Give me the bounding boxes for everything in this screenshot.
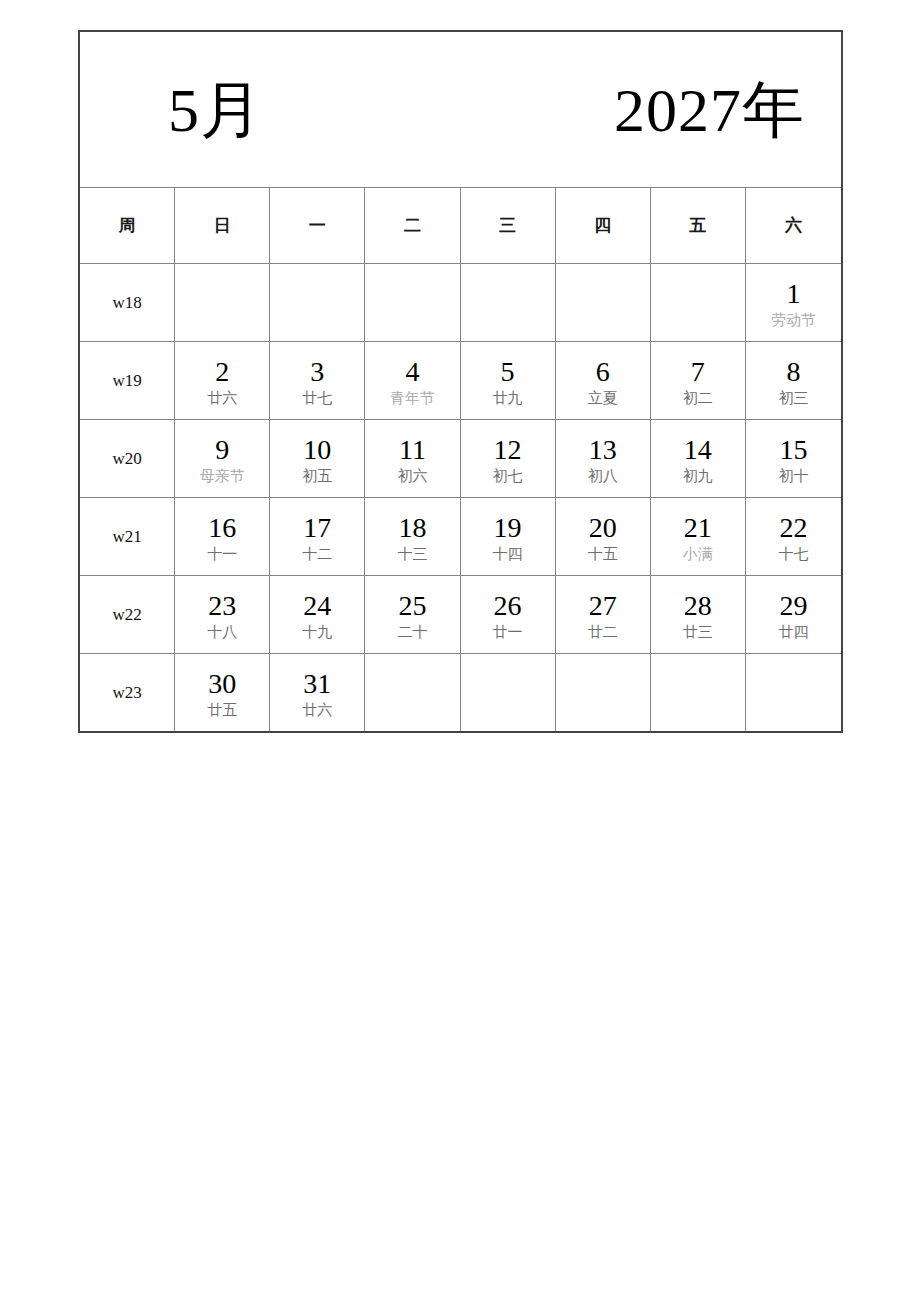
day-number: 2 [215,357,229,387]
day-number: 24 [303,591,331,621]
day-number: 31 [303,669,331,699]
week-row-w19: w192廿六3廿七4青年节5廿九6立夏7初二8初三 [80,341,841,419]
day-cell-19: 19十四 [461,498,556,575]
month-title: 5月 [168,79,263,141]
week-row-w20: w209母亲节10初五11初六12初七13初八14初九15初十 [80,419,841,497]
empty-day-cell [461,654,556,731]
day-cell-24: 24十九 [270,576,365,653]
solar-term-label: 小满 [683,544,713,563]
week-row-w21: w2116十一17十二18十三19十四20十五21小满22十七 [80,497,841,575]
day-cell-31: 31廿六 [270,654,365,731]
day-cell-3: 3廿七 [270,342,365,419]
lunar-date-label: 廿五 [207,700,237,719]
lunar-date-label: 廿二 [588,622,618,641]
day-cell-18: 18十三 [365,498,460,575]
weekday-header-week: 周 [80,188,175,263]
lunar-date-label: 十一 [207,544,237,563]
day-number: 22 [779,513,807,543]
day-cell-4: 4青年节 [365,342,460,419]
day-number: 7 [691,357,705,387]
lunar-date-label: 初五 [302,466,332,485]
week-number-label: w18 [80,264,175,341]
day-number: 6 [596,357,610,387]
festival-label: 母亲节 [200,466,245,485]
day-cell-30: 30廿五 [175,654,270,731]
day-number: 28 [684,591,712,621]
day-number: 25 [398,591,426,621]
day-cell-28: 28廿三 [651,576,746,653]
lunar-date-label: 初十 [778,466,808,485]
weekday-header-3: 三 [461,188,556,263]
week-number-label: w21 [80,498,175,575]
calendar-title-row: 5月 2027年 [80,32,841,187]
day-number: 30 [208,669,236,699]
day-number: 10 [303,435,331,465]
lunar-date-label: 廿七 [302,388,332,407]
day-number: 13 [589,435,617,465]
day-number: 5 [501,357,515,387]
day-number: 27 [589,591,617,621]
day-cell-5: 5廿九 [461,342,556,419]
day-cell-14: 14初九 [651,420,746,497]
lunar-date-label: 初三 [778,388,808,407]
day-number: 21 [684,513,712,543]
day-cell-20: 20十五 [556,498,651,575]
weekday-header-1: 一 [270,188,365,263]
day-cell-29: 29廿四 [746,576,841,653]
empty-day-cell [651,654,746,731]
lunar-date-label: 十三 [397,544,427,563]
lunar-date-label: 廿一 [493,622,523,641]
week-row-w18: w181劳动节 [80,263,841,341]
lunar-date-label: 十七 [778,544,808,563]
day-number: 4 [405,357,419,387]
day-number: 11 [399,435,426,465]
festival-label: 劳动节 [771,310,816,329]
lunar-date-label: 十二 [302,544,332,563]
solar-term-label: 立夏 [588,388,618,407]
day-cell-22: 22十七 [746,498,841,575]
day-cell-12: 12初七 [461,420,556,497]
weekday-header-2: 二 [365,188,460,263]
day-number: 12 [494,435,522,465]
day-number: 1 [786,279,800,309]
day-number: 23 [208,591,236,621]
lunar-date-label: 十九 [302,622,332,641]
week-number-label: w22 [80,576,175,653]
weeks-grid: w181劳动节w192廿六3廿七4青年节5廿九6立夏7初二8初三w209母亲节1… [80,263,841,731]
empty-day-cell [651,264,746,341]
calendar-page: 5月 2027年 周日一二三四五六 w181劳动节w192廿六3廿七4青年节5廿… [78,30,843,733]
day-number: 26 [494,591,522,621]
day-number: 17 [303,513,331,543]
lunar-date-label: 廿四 [778,622,808,641]
day-cell-1: 1劳动节 [746,264,841,341]
day-cell-21: 21小满 [651,498,746,575]
lunar-date-label: 廿六 [207,388,237,407]
day-cell-11: 11初六 [365,420,460,497]
day-cell-27: 27廿二 [556,576,651,653]
week-number-label: w20 [80,420,175,497]
lunar-date-label: 廿六 [302,700,332,719]
day-cell-9: 9母亲节 [175,420,270,497]
lunar-date-label: 初二 [683,388,713,407]
day-cell-26: 26廿一 [461,576,556,653]
day-cell-8: 8初三 [746,342,841,419]
empty-day-cell [365,264,460,341]
lunar-date-label: 廿九 [493,388,523,407]
empty-day-cell [270,264,365,341]
year-title: 2027年 [614,79,805,141]
lunar-date-label: 初八 [588,466,618,485]
weekday-header-5: 五 [651,188,746,263]
day-number: 20 [589,513,617,543]
day-number: 14 [684,435,712,465]
empty-day-cell [556,264,651,341]
week-number-label: w19 [80,342,175,419]
day-cell-13: 13初八 [556,420,651,497]
empty-day-cell [365,654,460,731]
day-cell-10: 10初五 [270,420,365,497]
day-number: 9 [215,435,229,465]
day-number: 3 [310,357,324,387]
day-cell-2: 2廿六 [175,342,270,419]
lunar-date-label: 十四 [493,544,523,563]
week-row-w23: w2330廿五31廿六 [80,653,841,731]
day-cell-6: 6立夏 [556,342,651,419]
week-row-w22: w2223十八24十九25二十26廿一27廿二28廿三29廿四 [80,575,841,653]
lunar-date-label: 初九 [683,466,713,485]
lunar-date-label: 十五 [588,544,618,563]
week-number-label: w23 [80,654,175,731]
lunar-date-label: 初七 [493,466,523,485]
day-cell-17: 17十二 [270,498,365,575]
lunar-date-label: 二十 [397,622,427,641]
weekday-header-4: 四 [556,188,651,263]
empty-day-cell [746,654,841,731]
day-number: 29 [779,591,807,621]
empty-day-cell [175,264,270,341]
day-number: 8 [786,357,800,387]
day-cell-16: 16十一 [175,498,270,575]
weekday-header-6: 六 [746,188,841,263]
day-cell-7: 7初二 [651,342,746,419]
day-cell-23: 23十八 [175,576,270,653]
day-cell-25: 25二十 [365,576,460,653]
day-number: 15 [779,435,807,465]
day-cell-15: 15初十 [746,420,841,497]
day-number: 18 [398,513,426,543]
lunar-date-label: 十八 [207,622,237,641]
lunar-date-label: 初六 [397,466,427,485]
day-number: 19 [494,513,522,543]
weekday-header-0: 日 [175,188,270,263]
festival-label: 青年节 [390,388,435,407]
empty-day-cell [461,264,556,341]
weekday-header-row: 周日一二三四五六 [80,187,841,263]
empty-day-cell [556,654,651,731]
lunar-date-label: 廿三 [683,622,713,641]
day-number: 16 [208,513,236,543]
